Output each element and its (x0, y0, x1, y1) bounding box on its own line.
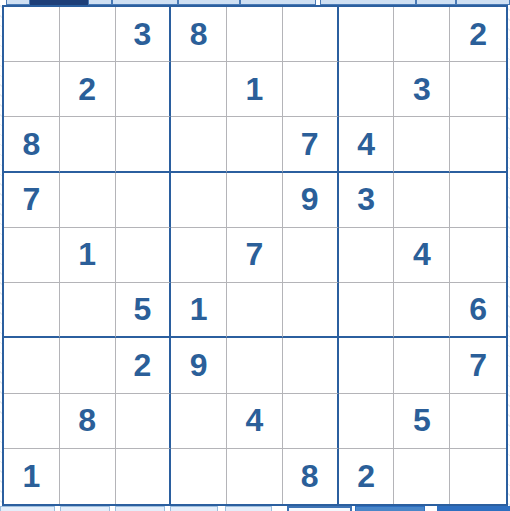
cell-r9c1[interactable]: 1 (4, 449, 60, 504)
cell-r2c7[interactable] (339, 62, 395, 117)
strip-gap (425, 506, 437, 511)
cell-r9c6[interactable]: 8 (283, 449, 339, 504)
cell-r8c2[interactable]: 8 (60, 394, 116, 449)
cell-r9c5[interactable] (227, 449, 283, 504)
cell-r9c4[interactable] (171, 449, 227, 504)
cell-r9c7[interactable]: 2 (339, 449, 395, 504)
cell-r8c1[interactable] (4, 394, 60, 449)
cell-r3c3[interactable] (116, 117, 172, 172)
cell-r1c3[interactable]: 3 (116, 7, 172, 62)
cell-r6c7[interactable] (339, 283, 395, 338)
cell-r4c8[interactable] (394, 173, 450, 228)
cell-r8c3[interactable] (116, 394, 172, 449)
cell-r1c8[interactable] (394, 7, 450, 62)
cell-r4c1[interactable]: 7 (4, 173, 60, 228)
cropped-button-bright (437, 506, 510, 511)
cell-r6c6[interactable] (283, 283, 339, 338)
cell-r3c2[interactable] (60, 117, 116, 172)
strip-gap (218, 506, 225, 511)
cell-r9c3[interactable] (116, 449, 172, 504)
cell-r1c2[interactable] (60, 7, 116, 62)
cell-r8c5[interactable]: 4 (227, 394, 283, 449)
cell-r3c1[interactable]: 8 (4, 117, 60, 172)
cell-r4c5[interactable] (227, 173, 283, 228)
cell-r4c3[interactable] (116, 173, 172, 228)
cell-r7c9[interactable]: 7 (450, 338, 506, 393)
cell-r6c1[interactable] (4, 283, 60, 338)
cropped-box (0, 506, 55, 511)
cell-r8c7[interactable] (339, 394, 395, 449)
cell-r1c1[interactable] (4, 7, 60, 62)
cell-r7c5[interactable] (227, 338, 283, 393)
cell-r2c2[interactable]: 2 (60, 62, 116, 117)
cell-r5c4[interactable] (171, 228, 227, 283)
cell-r4c9[interactable] (450, 173, 506, 228)
cell-r7c1[interactable] (4, 338, 60, 393)
cell-r6c5[interactable] (227, 283, 283, 338)
cell-r2c8[interactable]: 3 (394, 62, 450, 117)
cropped-box (115, 506, 165, 511)
cell-r3c4[interactable] (171, 117, 227, 172)
cell-r7c4[interactable]: 9 (171, 338, 227, 393)
cell-r9c2[interactable] (60, 449, 116, 504)
cell-r1c4[interactable]: 8 (171, 7, 227, 62)
cell-r5c7[interactable] (339, 228, 395, 283)
cell-r7c8[interactable] (394, 338, 450, 393)
cell-r5c3[interactable] (116, 228, 172, 283)
cell-r3c9[interactable] (450, 117, 506, 172)
cell-r3c5[interactable] (227, 117, 283, 172)
strip-gap (272, 506, 287, 511)
cropped-box-outlined (287, 506, 352, 511)
cell-r4c4[interactable] (171, 173, 227, 228)
cell-r8c4[interactable] (171, 394, 227, 449)
cell-r2c9[interactable] (450, 62, 506, 117)
cell-r6c3[interactable]: 5 (116, 283, 172, 338)
cell-r1c6[interactable] (283, 7, 339, 62)
cell-r2c3[interactable] (116, 62, 172, 117)
cell-r8c6[interactable] (283, 394, 339, 449)
cell-r7c7[interactable] (339, 338, 395, 393)
cell-r9c8[interactable] (394, 449, 450, 504)
sudoku-grid: 382213874793174516297845182 (2, 5, 508, 506)
cell-r2c6[interactable] (283, 62, 339, 117)
page: 382213874793174516297845182 (0, 0, 510, 511)
cell-r5c5[interactable]: 7 (227, 228, 283, 283)
cell-r2c4[interactable] (171, 62, 227, 117)
cropped-box (60, 506, 110, 511)
cell-r3c7[interactable]: 4 (339, 117, 395, 172)
cell-r4c7[interactable]: 3 (339, 173, 395, 228)
cell-r5c6[interactable] (283, 228, 339, 283)
cell-r5c8[interactable]: 4 (394, 228, 450, 283)
cell-r8c9[interactable] (450, 394, 506, 449)
cell-r8c8[interactable]: 5 (394, 394, 450, 449)
cell-r5c1[interactable] (4, 228, 60, 283)
cell-r3c8[interactable] (394, 117, 450, 172)
cell-r6c9[interactable]: 6 (450, 283, 506, 338)
cell-r2c5[interactable]: 1 (227, 62, 283, 117)
cropped-box (225, 506, 272, 511)
cropped-button-blue (355, 506, 425, 511)
cell-r7c3[interactable]: 2 (116, 338, 172, 393)
cell-r6c2[interactable] (60, 283, 116, 338)
cell-r7c2[interactable] (60, 338, 116, 393)
cropped-box (170, 506, 218, 511)
cell-r9c9[interactable] (450, 449, 506, 504)
cell-r1c7[interactable] (339, 7, 395, 62)
cell-r1c9[interactable]: 2 (450, 7, 506, 62)
cell-r4c2[interactable] (60, 173, 116, 228)
cell-r4c6[interactable]: 9 (283, 173, 339, 228)
bottom-cropped-ui-strip (0, 506, 510, 511)
cell-r6c4[interactable]: 1 (171, 283, 227, 338)
cell-r5c9[interactable] (450, 228, 506, 283)
cell-r3c6[interactable]: 7 (283, 117, 339, 172)
cell-r6c8[interactable] (394, 283, 450, 338)
cell-r5c2[interactable]: 1 (60, 228, 116, 283)
cell-r7c6[interactable] (283, 338, 339, 393)
cell-r2c1[interactable] (4, 62, 60, 117)
cell-r1c5[interactable] (227, 7, 283, 62)
